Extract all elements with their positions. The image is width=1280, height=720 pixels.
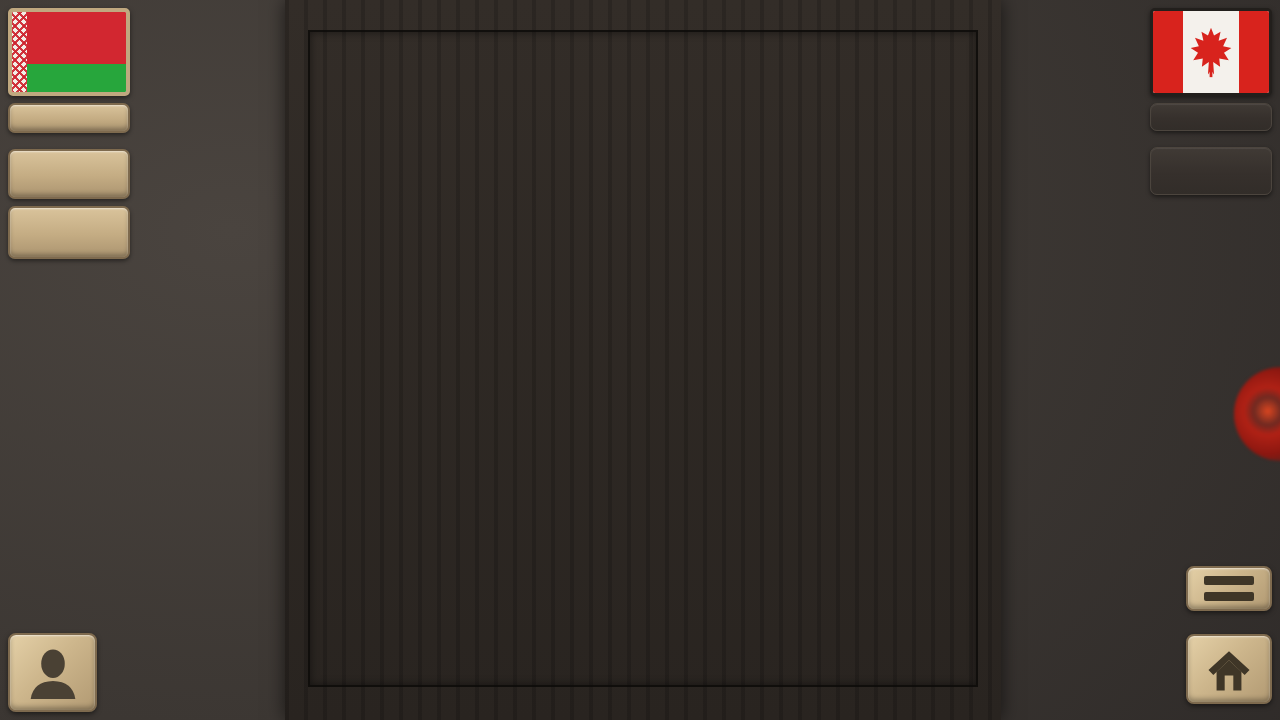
home-button[interactable] bbox=[1186, 634, 1272, 704]
right-player-panel bbox=[1150, 8, 1272, 195]
belarus-flag-ornament bbox=[12, 12, 27, 92]
canada-flag-right-band bbox=[1239, 11, 1269, 93]
left-player-move-timer bbox=[8, 206, 130, 259]
red-indicator-dot bbox=[1234, 367, 1280, 461]
left-player-clock bbox=[8, 149, 130, 199]
board-squares bbox=[310, 32, 976, 685]
maple-leaf-icon bbox=[1185, 24, 1237, 80]
right-player-clock bbox=[1150, 147, 1272, 195]
file-labels-bottom bbox=[310, 685, 976, 720]
avatar-button[interactable] bbox=[8, 633, 97, 712]
chess-app-screen bbox=[0, 0, 1280, 720]
belarus-flag-red-stripe bbox=[27, 12, 126, 64]
left-player-name bbox=[8, 103, 130, 133]
canada-flag-left-band bbox=[1153, 11, 1183, 93]
file-labels-top bbox=[310, 0, 976, 32]
canada-flag bbox=[1150, 8, 1272, 96]
right-player-name bbox=[1150, 103, 1272, 131]
belarus-flag-green-stripe bbox=[27, 64, 126, 92]
chess-board bbox=[285, 0, 1001, 720]
rank-labels-right bbox=[976, 32, 1001, 685]
menu-icon bbox=[1204, 576, 1254, 585]
home-icon bbox=[1201, 642, 1257, 696]
belarus-flag bbox=[8, 8, 130, 96]
left-player-panel bbox=[8, 8, 130, 259]
user-avatar-icon bbox=[22, 642, 84, 704]
menu-button[interactable] bbox=[1186, 566, 1272, 611]
rank-labels-left bbox=[285, 32, 310, 685]
